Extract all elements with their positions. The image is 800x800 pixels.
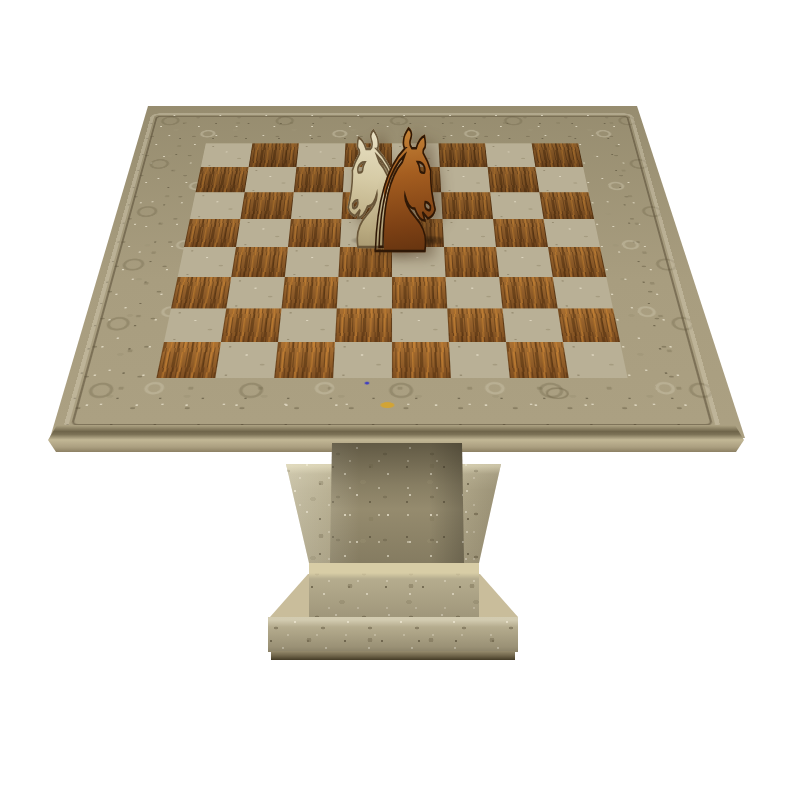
square-g3 xyxy=(499,277,558,309)
square-g2 xyxy=(502,308,563,342)
pedestal-column-shading xyxy=(330,443,464,563)
square-g1 xyxy=(506,342,569,378)
square-c7 xyxy=(294,167,344,192)
square-c5 xyxy=(288,219,341,247)
square-c6 xyxy=(291,192,343,219)
square-d2 xyxy=(335,308,392,342)
square-c4 xyxy=(285,247,340,277)
square-b2 xyxy=(221,308,282,342)
square-c1 xyxy=(274,342,335,378)
square-b8 xyxy=(249,143,299,167)
square-g5 xyxy=(493,219,548,247)
square-g4 xyxy=(496,247,553,277)
square-c8 xyxy=(296,143,345,167)
square-e2 xyxy=(392,308,449,342)
square-e3 xyxy=(392,277,447,309)
square-b7 xyxy=(245,167,297,192)
board-grid xyxy=(156,143,627,378)
product-photo-stage: ♞ ♞ xyxy=(0,0,800,800)
square-f2 xyxy=(447,308,506,342)
square-h4 xyxy=(548,247,606,277)
square-g7 xyxy=(488,167,540,192)
square-f3 xyxy=(446,277,503,309)
square-f1 xyxy=(449,342,510,378)
square-d8 xyxy=(344,143,392,167)
tabletop xyxy=(62,113,721,430)
square-a5 xyxy=(184,219,240,247)
square-h6 xyxy=(539,192,594,219)
square-a1 xyxy=(156,342,221,378)
square-f6 xyxy=(441,192,493,219)
square-f5 xyxy=(443,219,496,247)
square-a4 xyxy=(178,247,236,277)
square-h5 xyxy=(544,219,600,247)
pedestal-inner-box-face xyxy=(309,563,479,618)
square-d1 xyxy=(333,342,392,378)
pedestal-base-front-face xyxy=(268,617,518,652)
square-h7 xyxy=(535,167,588,192)
square-e8 xyxy=(392,143,440,167)
square-f7 xyxy=(440,167,490,192)
square-e6 xyxy=(392,192,443,219)
square-h2 xyxy=(558,308,620,342)
pedestal-column xyxy=(330,443,464,563)
square-e4 xyxy=(392,247,446,277)
square-b4 xyxy=(231,247,288,277)
square-e1 xyxy=(392,342,451,378)
square-g8 xyxy=(485,143,535,167)
square-h8 xyxy=(532,143,584,167)
square-d3 xyxy=(337,277,392,309)
square-d5 xyxy=(340,219,392,247)
square-g6 xyxy=(490,192,543,219)
square-d4 xyxy=(338,247,392,277)
square-a7 xyxy=(196,167,249,192)
pedestal-base-front-shading xyxy=(268,617,518,652)
square-b3 xyxy=(226,277,285,309)
square-f8 xyxy=(439,143,488,167)
square-h1 xyxy=(563,342,628,378)
square-b5 xyxy=(236,219,291,247)
square-b6 xyxy=(240,192,293,219)
square-a3 xyxy=(171,277,231,309)
square-a2 xyxy=(164,308,226,342)
square-c3 xyxy=(282,277,339,309)
square-a8 xyxy=(201,143,253,167)
pedestal-base-chamfer xyxy=(271,651,515,660)
square-a6 xyxy=(190,192,245,219)
square-e7 xyxy=(392,167,441,192)
square-e5 xyxy=(392,219,444,247)
square-h3 xyxy=(553,277,613,309)
square-d7 xyxy=(343,167,392,192)
square-d6 xyxy=(341,192,392,219)
square-f4 xyxy=(444,247,499,277)
square-b1 xyxy=(215,342,278,378)
square-c2 xyxy=(278,308,337,342)
pedestal-inner-box-shading xyxy=(309,563,479,618)
